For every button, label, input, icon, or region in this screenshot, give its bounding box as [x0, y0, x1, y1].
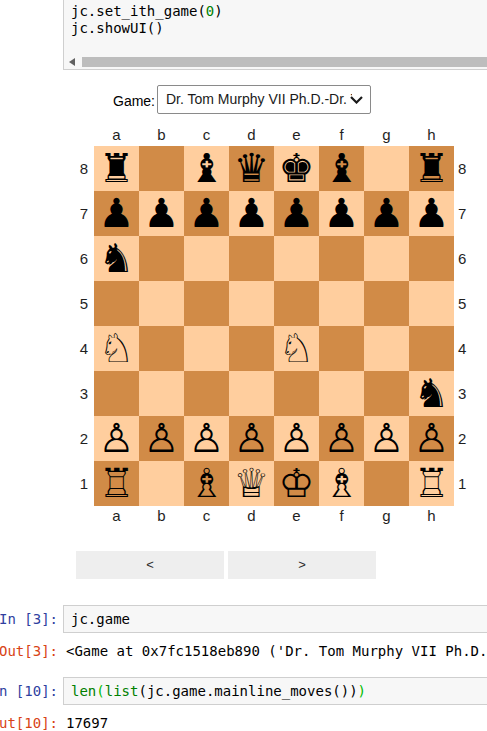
square-f4: [319, 326, 364, 371]
file-label-e: e: [274, 507, 319, 525]
scrollbar-thumb[interactable]: [82, 57, 487, 67]
rank-label-5: 5: [458, 281, 474, 326]
square-h2: ♙: [409, 416, 454, 461]
square-b1: [139, 461, 184, 506]
game-select-dropdown[interactable]: Dr. Tom Murphy VII Ph.D.-Dr. Tom Murphy …: [157, 85, 371, 114]
square-f6: [319, 236, 364, 281]
square-c4: [184, 326, 229, 371]
rank-label-6: 6: [458, 236, 474, 281]
out-prompt-10: Out[10]:: [0, 715, 58, 731]
rank-label-2: 2: [458, 416, 474, 461]
square-a5: [94, 281, 139, 326]
file-label-c: c: [184, 507, 229, 525]
code-editor[interactable]: jc.set_ith_game(0) jc.showUI(): [64, 0, 487, 37]
out-prompt-3: Out[3]:: [0, 643, 58, 659]
black-pawn-f7: ♟: [319, 191, 364, 236]
code-line-1: jc.set_ith_game(0): [71, 3, 223, 19]
square-a6: ♞: [94, 236, 139, 281]
white-pawn-e2: ♙: [274, 416, 319, 461]
rank-label-7: 7: [458, 191, 474, 236]
square-g7: ♟: [364, 191, 409, 236]
file-labels-bottom: abcdefgh: [94, 507, 454, 525]
white-pawn-b2: ♙: [139, 416, 184, 461]
rank-label-7: 7: [72, 191, 88, 236]
file-label-d: d: [229, 507, 274, 525]
square-b6: [139, 236, 184, 281]
square-d5: [229, 281, 274, 326]
black-bishop-c8: ♝: [184, 146, 229, 191]
file-label-h: h: [409, 507, 454, 525]
notebook-page: jc.set_ith_game(0) jc.showUI() Game: Dr.…: [0, 0, 487, 731]
square-d3: [229, 371, 274, 416]
black-rook-a8: ♜: [94, 146, 139, 191]
white-king-e1: ♔: [274, 461, 319, 506]
square-h6: [409, 236, 454, 281]
square-c7: ♟: [184, 191, 229, 236]
square-d7: ♟: [229, 191, 274, 236]
rank-label-2: 2: [72, 416, 88, 461]
black-pawn-d7: ♟: [229, 191, 274, 236]
square-g2: ♙: [364, 416, 409, 461]
square-f5: [319, 281, 364, 326]
square-b3: [139, 371, 184, 416]
square-e7: ♟: [274, 191, 319, 236]
square-d6: [229, 236, 274, 281]
rank-label-1: 1: [458, 461, 474, 506]
square-e8: ♚: [274, 146, 319, 191]
black-king-e8: ♚: [274, 146, 319, 191]
black-knight-a6: ♞: [94, 236, 139, 281]
square-c8: ♝: [184, 146, 229, 191]
square-b5: [139, 281, 184, 326]
white-rook-h1: ♖: [409, 461, 454, 506]
square-a3: [94, 371, 139, 416]
white-rook-a1: ♖: [94, 461, 139, 506]
square-a1: ♖: [94, 461, 139, 506]
square-g8: [364, 146, 409, 191]
black-rook-h8: ♜: [409, 146, 454, 191]
code-cell-len-moves[interactable]: len(list(jc.game.mainline_moves())): [63, 677, 487, 705]
black-pawn-b7: ♟: [139, 191, 184, 236]
square-c3: [184, 371, 229, 416]
square-f1: ♗: [319, 461, 364, 506]
black-queen-d8: ♛: [229, 146, 274, 191]
square-e3: [274, 371, 319, 416]
black-pawn-h7: ♟: [409, 191, 454, 236]
white-knight-e4: ♘: [274, 326, 319, 371]
code-input[interactable]: jc.game: [71, 611, 130, 627]
square-a7: ♟: [94, 191, 139, 236]
file-label-g: g: [364, 126, 409, 144]
output-game-repr: <Game at 0x7fc1518eb890 ('Dr. Tom Murphy…: [66, 643, 487, 659]
file-label-f: f: [319, 126, 364, 144]
rank-label-3: 3: [458, 371, 474, 416]
white-knight-a4: ♘: [94, 326, 139, 371]
white-pawn-a2: ♙: [94, 416, 139, 461]
square-g4: [364, 326, 409, 371]
square-e2: ♙: [274, 416, 319, 461]
rank-label-8: 8: [458, 146, 474, 191]
rank-labels-right: 87654321: [458, 146, 474, 506]
file-label-g: g: [364, 507, 409, 525]
rank-label-6: 6: [72, 236, 88, 281]
white-pawn-f2: ♙: [319, 416, 364, 461]
rank-labels-left: 87654321: [72, 146, 88, 506]
file-label-f: f: [319, 507, 364, 525]
game-selector-label: Game:: [113, 93, 155, 109]
next-move-button[interactable]: >: [228, 551, 376, 579]
black-pawn-e7: ♟: [274, 191, 319, 236]
square-c1: ♗: [184, 461, 229, 506]
game-select-value: Dr. Tom Murphy VII Ph.D.-Dr. Tom Murphy …: [166, 86, 352, 113]
square-c5: [184, 281, 229, 326]
file-labels-top: abcdefgh: [94, 126, 454, 144]
square-h3: ♞: [409, 371, 454, 416]
file-label-b: b: [139, 507, 184, 525]
square-h1: ♖: [409, 461, 454, 506]
output-move-count: 17697: [66, 715, 108, 731]
white-pawn-d2: ♙: [229, 416, 274, 461]
square-c6: [184, 236, 229, 281]
white-bishop-f1: ♗: [319, 461, 364, 506]
square-h7: ♟: [409, 191, 454, 236]
square-g5: [364, 281, 409, 326]
square-b7: ♟: [139, 191, 184, 236]
square-a2: ♙: [94, 416, 139, 461]
rank-label-8: 8: [72, 146, 88, 191]
rank-label-1: 1: [72, 461, 88, 506]
in-prompt-10: In [10]:: [0, 683, 58, 699]
rank-label-4: 4: [72, 326, 88, 371]
square-e1: ♔: [274, 461, 319, 506]
black-knight-h3: ♞: [409, 371, 454, 416]
square-d4: [229, 326, 274, 371]
file-label-h: h: [409, 126, 454, 144]
square-h8: ♜: [409, 146, 454, 191]
square-e5: [274, 281, 319, 326]
square-e4: ♘: [274, 326, 319, 371]
chess-board: ♜♝♛♚♝♜♟♟♟♟♟♟♟♟♞♘♘♞♙♙♙♙♙♙♙♙♖♗♕♔♗♖: [94, 146, 454, 506]
previous-move-button[interactable]: <: [76, 551, 224, 579]
square-d8: ♛: [229, 146, 274, 191]
rank-label-3: 3: [72, 371, 88, 416]
scroll-left-arrow-icon[interactable]: [69, 58, 75, 66]
square-f3: [319, 371, 364, 416]
code-cell-showui[interactable]: jc.set_ith_game(0) jc.showUI(): [63, 0, 487, 70]
white-pawn-c2: ♙: [184, 416, 229, 461]
black-pawn-a7: ♟: [94, 191, 139, 236]
rank-label-4: 4: [458, 326, 474, 371]
code-cell-jc-game[interactable]: jc.game: [63, 605, 487, 633]
square-f8: ♝: [319, 146, 364, 191]
square-g1: [364, 461, 409, 506]
white-pawn-h2: ♙: [409, 416, 454, 461]
square-a8: ♜: [94, 146, 139, 191]
square-h5: [409, 281, 454, 326]
black-bishop-f8: ♝: [319, 146, 364, 191]
square-e6: [274, 236, 319, 281]
square-h4: [409, 326, 454, 371]
white-bishop-c1: ♗: [184, 461, 229, 506]
code-input[interactable]: len(list(jc.game.mainline_moves())): [71, 683, 366, 699]
square-f7: ♟: [319, 191, 364, 236]
file-label-a: a: [94, 126, 139, 144]
file-label-a: a: [94, 507, 139, 525]
square-b4: [139, 326, 184, 371]
white-pawn-g2: ♙: [364, 416, 409, 461]
in-prompt-3: In [3]:: [0, 611, 58, 627]
square-d2: ♙: [229, 416, 274, 461]
square-d1: ♕: [229, 461, 274, 506]
rank-label-5: 5: [72, 281, 88, 326]
file-label-d: d: [229, 126, 274, 144]
square-b2: ♙: [139, 416, 184, 461]
black-pawn-g7: ♟: [364, 191, 409, 236]
black-pawn-c7: ♟: [184, 191, 229, 236]
file-label-e: e: [274, 126, 319, 144]
square-c2: ♙: [184, 416, 229, 461]
square-g3: [364, 371, 409, 416]
square-a4: ♘: [94, 326, 139, 371]
square-g6: [364, 236, 409, 281]
white-queen-d1: ♕: [229, 461, 274, 506]
square-b8: [139, 146, 184, 191]
file-label-b: b: [139, 126, 184, 144]
chevron-down-icon: [350, 96, 363, 104]
horizontal-scrollbar[interactable]: [67, 57, 487, 67]
file-label-c: c: [184, 126, 229, 144]
code-line-2: jc.showUI(): [71, 20, 164, 36]
square-f2: ♙: [319, 416, 364, 461]
